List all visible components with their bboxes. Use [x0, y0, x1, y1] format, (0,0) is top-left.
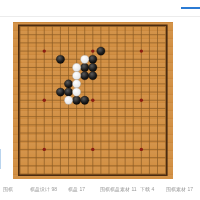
- star-point: [140, 99, 143, 102]
- go-board[interactable]: [13, 22, 173, 179]
- black-stone: [81, 96, 89, 104]
- footer-links: 围棋棋盘设计 98棋盘 17围棋棋盘素材 11下载 4围棋素材 17: [0, 184, 200, 194]
- footer-link[interactable]: 下载 4: [140, 185, 154, 193]
- black-stone: [89, 55, 97, 63]
- black-stone: [89, 63, 97, 71]
- black-stone: [81, 72, 89, 80]
- star-point: [91, 49, 94, 52]
- footer-link[interactable]: 棋盘设计 98: [30, 185, 57, 193]
- active-tab-indicator[interactable]: [181, 7, 200, 9]
- black-stone: [64, 88, 72, 96]
- black-stone: [72, 96, 80, 104]
- white-stone: [72, 80, 80, 88]
- black-stone: [89, 72, 97, 80]
- star-point: [43, 99, 46, 102]
- white-stone: [81, 55, 89, 63]
- left-scroll-indicator: [0, 149, 1, 169]
- star-point: [140, 148, 143, 151]
- header-divider: [0, 16, 200, 17]
- white-stone: [72, 72, 80, 80]
- star-point: [43, 49, 46, 52]
- white-stone: [64, 96, 72, 104]
- footer-link[interactable]: 围棋棋盘素材 11: [100, 185, 137, 193]
- black-stone: [64, 80, 72, 88]
- star-point: [91, 99, 94, 102]
- black-stone: [97, 47, 105, 55]
- black-stone: [56, 88, 64, 96]
- footer-link[interactable]: 围棋素材 17: [166, 185, 193, 193]
- go-board-grid: [13, 22, 173, 179]
- black-stone: [56, 55, 64, 63]
- footer-link[interactable]: 棋盘 17: [68, 185, 85, 193]
- footer-link[interactable]: 围棋: [3, 185, 13, 193]
- white-stone: [72, 88, 80, 96]
- star-point: [91, 148, 94, 151]
- star-point: [140, 49, 143, 52]
- star-point: [43, 148, 46, 151]
- black-stone: [81, 63, 89, 71]
- white-stone: [72, 63, 80, 71]
